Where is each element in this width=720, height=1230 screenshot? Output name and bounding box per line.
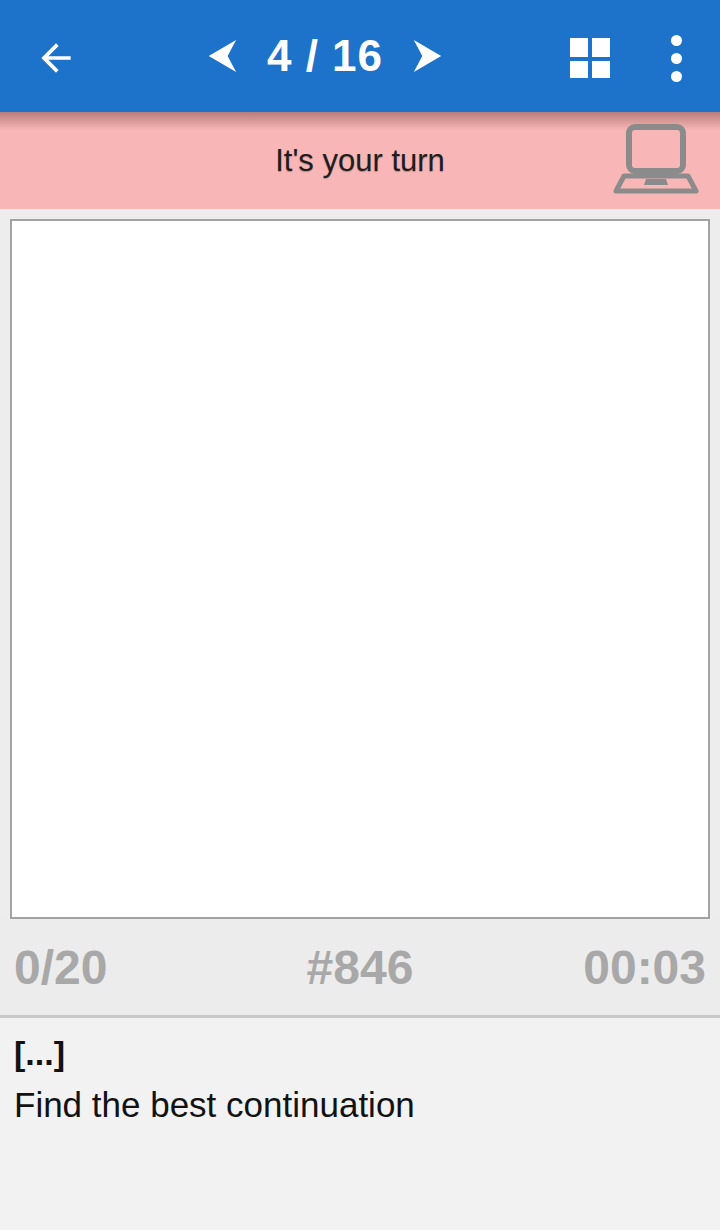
back-button[interactable]: [34, 36, 78, 80]
move-list-placeholder: [...]: [14, 1034, 706, 1073]
grid-icon: [570, 38, 610, 78]
next-icon: [411, 37, 445, 75]
puzzle-number: #846: [307, 940, 414, 995]
board: [12, 221, 708, 917]
previous-icon: [205, 37, 239, 75]
chess-app-screen: 4 / 16 It's your turn: [0, 0, 720, 1230]
timer: 00:03: [583, 940, 706, 995]
previous-puzzle-button[interactable]: [205, 37, 239, 75]
puzzle-position-label: 4 / 16: [267, 31, 383, 81]
stats-bar: 0/20 #846 00:03: [0, 919, 720, 1015]
puzzle-list-button[interactable]: [567, 35, 613, 81]
puzzle-navigation: 4 / 16: [205, 0, 445, 112]
app-bar: 4 / 16: [0, 0, 720, 112]
score-counter: 0/20: [14, 940, 107, 995]
task-panel: [...] Find the best continuation: [0, 1018, 720, 1230]
overflow-menu-button[interactable]: [662, 32, 690, 84]
back-arrow-icon: [34, 36, 78, 80]
board-section: [0, 209, 720, 919]
next-puzzle-button[interactable]: [411, 37, 445, 75]
board-frame: [10, 219, 710, 919]
task-instruction: Find the best continuation: [14, 1085, 706, 1125]
computer-opponent-icon[interactable]: [612, 124, 700, 196]
turn-banner: It's your turn: [0, 112, 720, 209]
more-vert-icon: [671, 35, 682, 82]
